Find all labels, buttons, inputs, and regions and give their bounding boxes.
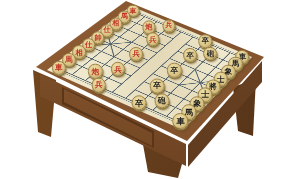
piece-red-soldier[interactable]: 兵 xyxy=(129,47,143,61)
scene: 車馬相仕帥仕相馬車炮炮兵兵兵兵兵卒卒卒卒卒砲砲車馬象士將士象馬車 xyxy=(0,0,285,179)
piece-black-chariot[interactable]: 車 xyxy=(173,113,189,129)
piece-black-cannon[interactable]: 砲 xyxy=(154,93,169,108)
piece-red-soldier[interactable]: 兵 xyxy=(146,33,160,47)
piece-black-soldier[interactable]: 卒 xyxy=(150,79,165,94)
piece-black-soldier[interactable]: 卒 xyxy=(183,48,197,62)
piece-black-cannon[interactable]: 砲 xyxy=(203,47,217,61)
piece-red-soldier[interactable]: 兵 xyxy=(91,78,106,93)
